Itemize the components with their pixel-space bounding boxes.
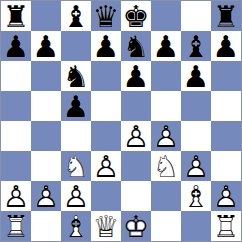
piece-glyph: ♝	[181, 31, 211, 61]
square-d1[interactable]: ♛♕	[91, 211, 121, 241]
piece-white-pawn-b2[interactable]: ♟♙	[31, 181, 61, 211]
piece-glyph: ♞	[61, 61, 91, 91]
piece-black-pawn-e6[interactable]: ♟♟	[121, 61, 151, 91]
piece-white-bishop-g2[interactable]: ♝♗	[181, 181, 211, 211]
square-h3[interactable]	[211, 151, 241, 181]
piece-glyph: ♝	[61, 1, 91, 31]
piece-glyph: ♟	[61, 91, 91, 121]
piece-glyph: ♙	[211, 181, 241, 211]
square-f8[interactable]	[151, 1, 181, 31]
piece-glyph: ♟	[121, 61, 151, 91]
piece-white-pawn-g3[interactable]: ♟♙	[181, 151, 211, 181]
square-h7[interactable]: ♟♟	[211, 31, 241, 61]
piece-black-pawn-f7[interactable]: ♟♟	[151, 31, 181, 61]
piece-black-rook-a8[interactable]: ♜♜	[1, 1, 31, 31]
piece-black-knight-e7[interactable]: ♞♞	[121, 31, 151, 61]
square-d5[interactable]	[91, 91, 121, 121]
square-e7[interactable]: ♞♞	[121, 31, 151, 61]
piece-glyph: ♙	[1, 181, 31, 211]
square-f3[interactable]: ♞♘	[151, 151, 181, 181]
square-b1[interactable]	[31, 211, 61, 241]
piece-glyph: ♙	[181, 151, 211, 181]
piece-black-rook-h8[interactable]: ♜♜	[211, 1, 241, 31]
square-h8[interactable]: ♜♜	[211, 1, 241, 31]
piece-black-pawn-g6[interactable]: ♟♟	[181, 61, 211, 91]
piece-glyph: ♗	[181, 181, 211, 211]
piece-glyph: ♟	[151, 31, 181, 61]
square-g4[interactable]	[181, 121, 211, 151]
square-f4[interactable]: ♟♙	[151, 121, 181, 151]
square-e5[interactable]	[121, 91, 151, 121]
square-f1[interactable]	[151, 211, 181, 241]
square-a4[interactable]	[1, 121, 31, 151]
piece-white-knight-c3[interactable]: ♞♘	[61, 151, 91, 181]
square-d4[interactable]	[91, 121, 121, 151]
square-e4[interactable]: ♟♙	[121, 121, 151, 151]
square-e1[interactable]: ♚♔	[121, 211, 151, 241]
square-f7[interactable]: ♟♟	[151, 31, 181, 61]
piece-black-bishop-c8[interactable]: ♝♝	[61, 1, 91, 31]
piece-black-pawn-a7[interactable]: ♟♟	[1, 31, 31, 61]
piece-white-pawn-e4[interactable]: ♟♙	[121, 121, 151, 151]
square-a8[interactable]: ♜♜	[1, 1, 31, 31]
square-c6[interactable]: ♞♞	[61, 61, 91, 91]
square-h1[interactable]: ♜♖	[211, 211, 241, 241]
square-d7[interactable]: ♟♟	[91, 31, 121, 61]
piece-white-bishop-c1[interactable]: ♝♗	[61, 211, 91, 241]
piece-glyph: ♕	[91, 211, 121, 241]
square-g8[interactable]	[181, 1, 211, 31]
piece-white-king-e1[interactable]: ♚♔	[121, 211, 151, 241]
square-e3[interactable]	[121, 151, 151, 181]
piece-glyph: ♖	[211, 211, 241, 241]
piece-glyph: ♜	[211, 1, 241, 31]
square-e2[interactable]	[121, 181, 151, 211]
piece-black-pawn-d7[interactable]: ♟♟	[91, 31, 121, 61]
piece-black-king-e8[interactable]: ♚♚	[121, 1, 151, 31]
square-b4[interactable]	[31, 121, 61, 151]
square-c5[interactable]: ♟♟	[61, 91, 91, 121]
square-c3[interactable]: ♞♘	[61, 151, 91, 181]
square-a3[interactable]	[1, 151, 31, 181]
square-g7[interactable]: ♝♝	[181, 31, 211, 61]
square-e8[interactable]: ♚♚	[121, 1, 151, 31]
piece-black-pawn-h7[interactable]: ♟♟	[211, 31, 241, 61]
piece-black-pawn-c5[interactable]: ♟♟	[61, 91, 91, 121]
piece-white-queen-d1[interactable]: ♛♕	[91, 211, 121, 241]
square-c4[interactable]	[61, 121, 91, 151]
piece-black-bishop-g7[interactable]: ♝♝	[181, 31, 211, 61]
piece-glyph: ♟	[211, 31, 241, 61]
square-b5[interactable]	[31, 91, 61, 121]
piece-glyph: ♙	[151, 121, 181, 151]
piece-glyph: ♗	[61, 211, 91, 241]
chess-board: ♜♜♝♝♛♛♚♚♜♜♟♟♟♟♟♟♞♞♟♟♝♝♟♟♞♞♟♟♟♟♟♟♟♙♟♙♞♘♟♙…	[0, 0, 242, 242]
square-h2[interactable]: ♟♙	[211, 181, 241, 211]
square-f6[interactable]	[151, 61, 181, 91]
square-d6[interactable]	[91, 61, 121, 91]
square-c7[interactable]	[61, 31, 91, 61]
piece-glyph: ♞	[121, 31, 151, 61]
square-d8[interactable]: ♛♛	[91, 1, 121, 31]
square-a6[interactable]	[1, 61, 31, 91]
square-d2[interactable]	[91, 181, 121, 211]
piece-glyph: ♜	[1, 1, 31, 31]
piece-white-knight-f3[interactable]: ♞♘	[151, 151, 181, 181]
square-b7[interactable]: ♟♟	[31, 31, 61, 61]
piece-glyph: ♙	[91, 151, 121, 181]
square-f2[interactable]	[151, 181, 181, 211]
square-c2[interactable]: ♟♙	[61, 181, 91, 211]
square-a7[interactable]: ♟♟	[1, 31, 31, 61]
square-a5[interactable]	[1, 91, 31, 121]
square-h6[interactable]	[211, 61, 241, 91]
square-g3[interactable]: ♟♙	[181, 151, 211, 181]
piece-glyph: ♖	[1, 211, 31, 241]
square-b6[interactable]	[31, 61, 61, 91]
piece-white-pawn-a2[interactable]: ♟♙	[1, 181, 31, 211]
square-d3[interactable]: ♟♙	[91, 151, 121, 181]
piece-glyph: ♟	[1, 31, 31, 61]
square-a2[interactable]: ♟♙	[1, 181, 31, 211]
piece-glyph: ♙	[31, 181, 61, 211]
square-b2[interactable]: ♟♙	[31, 181, 61, 211]
piece-white-pawn-d3[interactable]: ♟♙	[91, 151, 121, 181]
piece-glyph: ♟	[181, 61, 211, 91]
piece-black-knight-c6[interactable]: ♞♞	[61, 61, 91, 91]
square-a1[interactable]: ♜♖	[1, 211, 31, 241]
piece-black-pawn-b7[interactable]: ♟♟	[31, 31, 61, 61]
piece-glyph: ♔	[121, 211, 151, 241]
square-g5[interactable]	[181, 91, 211, 121]
piece-glyph: ♛	[91, 1, 121, 31]
square-c8[interactable]: ♝♝	[61, 1, 91, 31]
piece-white-rook-a1[interactable]: ♜♖	[1, 211, 31, 241]
piece-white-pawn-h2[interactable]: ♟♙	[211, 181, 241, 211]
square-h4[interactable]	[211, 121, 241, 151]
square-g6[interactable]: ♟♟	[181, 61, 211, 91]
piece-black-queen-d8[interactable]: ♛♛	[91, 1, 121, 31]
piece-white-pawn-f4[interactable]: ♟♙	[151, 121, 181, 151]
square-h5[interactable]	[211, 91, 241, 121]
piece-glyph: ♘	[61, 151, 91, 181]
piece-white-pawn-c2[interactable]: ♟♙	[61, 181, 91, 211]
piece-glyph: ♙	[121, 121, 151, 151]
piece-glyph: ♚	[121, 1, 151, 31]
piece-glyph: ♘	[151, 151, 181, 181]
square-c1[interactable]: ♝♗	[61, 211, 91, 241]
square-f5[interactable]	[151, 91, 181, 121]
piece-glyph: ♟	[91, 31, 121, 61]
square-b3[interactable]	[31, 151, 61, 181]
piece-glyph: ♟	[31, 31, 61, 61]
square-g1[interactable]	[181, 211, 211, 241]
square-g2[interactable]: ♝♗	[181, 181, 211, 211]
square-e6[interactable]: ♟♟	[121, 61, 151, 91]
piece-glyph: ♙	[61, 181, 91, 211]
piece-white-rook-h1[interactable]: ♜♖	[211, 211, 241, 241]
square-b8[interactable]	[31, 1, 61, 31]
